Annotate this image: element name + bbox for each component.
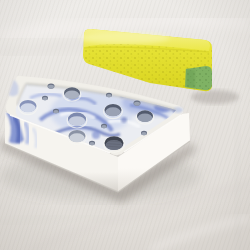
photo-canvas [0, 0, 250, 250]
vignette [0, 0, 250, 250]
